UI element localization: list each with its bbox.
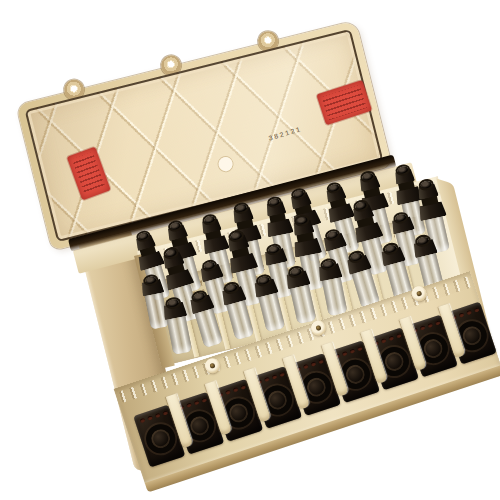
vial-glass [321, 274, 347, 316]
red-label-right [316, 80, 372, 125]
socket-dot [240, 385, 246, 390]
socket-dot [435, 320, 441, 325]
socket-dot [420, 325, 426, 330]
socket-dot [194, 400, 200, 405]
label-text-lines [72, 152, 106, 195]
socket-dot [233, 387, 239, 392]
socket-dot [140, 418, 146, 423]
socket-dot [388, 336, 394, 341]
socket-dot [342, 351, 348, 356]
socket-dot [318, 359, 324, 364]
socket-dot [186, 402, 192, 407]
socket-dot [264, 377, 270, 382]
socket-ring [142, 421, 179, 458]
socket-dot [279, 372, 285, 377]
socket-dot [466, 310, 472, 315]
socket-dot [357, 346, 363, 351]
socket-dot [201, 397, 207, 402]
socket-dot [310, 361, 316, 366]
socket-dot [396, 333, 402, 338]
product-photo-stage: 382121 [0, 0, 500, 500]
socket-dot [459, 312, 465, 317]
red-label-left [67, 147, 111, 200]
label-text-lines [321, 85, 366, 120]
socket-dot [147, 415, 153, 420]
lid-dimple [217, 156, 234, 173]
socket-dot [162, 410, 168, 415]
socket-dot [155, 413, 161, 418]
socket-dot [303, 364, 309, 369]
socket-dot [349, 348, 355, 353]
socket-dot [272, 374, 278, 379]
socket-dot [225, 390, 231, 395]
socket-dot [474, 307, 480, 312]
socket-dot [381, 338, 387, 343]
lid-stamp: 382121 [268, 125, 303, 143]
socket-dot [427, 323, 433, 328]
